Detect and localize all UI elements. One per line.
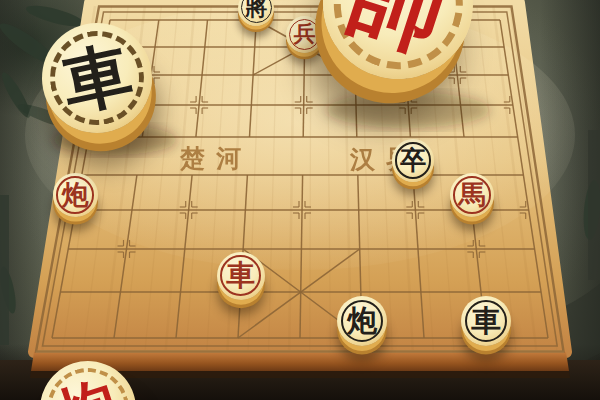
piece-character: 炮	[62, 182, 89, 209]
xiangqi-game-screen: 楚河 汉界 將兵卒炮馬車炮車車帥炮	[0, 0, 600, 400]
piece-character: 兵	[294, 24, 316, 46]
piece-character: 卒	[400, 148, 426, 174]
piece-character: 車	[471, 306, 501, 336]
piece-black-chariot[interactable]: 車	[461, 296, 511, 346]
piece-character: 車	[57, 38, 138, 119]
piece-black-cannon[interactable]: 炮	[337, 296, 387, 346]
piece-character: 將	[245, 0, 267, 19]
piece-character: 馬	[459, 182, 486, 209]
piece-red-chariot[interactable]: 車	[217, 252, 265, 300]
piece-black-soldier[interactable]: 卒	[392, 139, 435, 182]
piece-character: 車	[226, 261, 255, 290]
river-label-chu-he: 楚河	[180, 142, 252, 175]
piece-character: 炮	[347, 306, 377, 336]
